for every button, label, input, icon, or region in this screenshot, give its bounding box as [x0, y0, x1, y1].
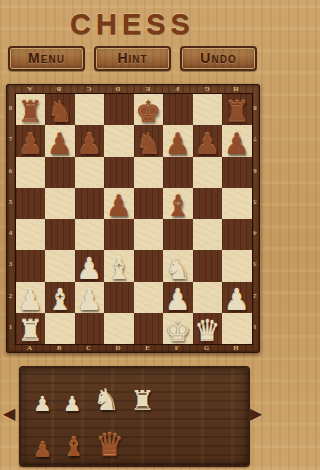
square-g3[interactable]: [193, 250, 223, 281]
rank-label-left-6: 6: [6, 167, 16, 175]
file-label-top-b: B: [54, 85, 64, 93]
file-label-bottom-f: F: [172, 344, 182, 352]
square-g6[interactable]: [193, 157, 223, 188]
piece-brown-pawn: ♟: [45, 130, 75, 159]
file-label-top-a: A: [25, 85, 35, 93]
square-h8[interactable]: ♜: [222, 94, 252, 125]
piece-brown-pawn: ♟: [104, 192, 134, 221]
piece-white-bishop: ♝: [104, 255, 134, 284]
square-c6[interactable]: [75, 157, 105, 188]
tray-prev-arrow-icon[interactable]: ◀: [3, 404, 15, 423]
square-g7[interactable]: ♟: [193, 125, 223, 156]
file-label-bottom-b: B: [54, 344, 64, 352]
menu-button[interactable]: Menu: [8, 46, 85, 71]
square-e3[interactable]: [134, 250, 164, 281]
square-e2[interactable]: [134, 282, 164, 313]
square-d6[interactable]: [104, 157, 134, 188]
file-label-bottom-e: E: [143, 344, 153, 352]
square-c1[interactable]: [75, 313, 105, 344]
piece-brown-pawn: ♟: [75, 130, 105, 159]
square-d2[interactable]: [104, 282, 134, 313]
rank-label-left-7: 7: [6, 135, 16, 143]
piece-white-bishop: ♝: [45, 286, 75, 315]
square-d8[interactable]: [104, 94, 134, 125]
square-b4[interactable]: [45, 219, 75, 250]
square-f7[interactable]: ♟: [163, 125, 193, 156]
piece-white-queen: ♛: [193, 317, 223, 346]
square-e5[interactable]: [134, 188, 164, 219]
square-b6[interactable]: [45, 157, 75, 188]
square-e7[interactable]: ♞: [134, 125, 164, 156]
square-h3[interactable]: [222, 250, 252, 281]
piece-white-pawn: ♟: [163, 286, 193, 315]
square-f2[interactable]: ♟: [163, 282, 193, 313]
square-h1[interactable]: [222, 313, 252, 344]
captured-white-row: ♟♟♞♜: [21, 370, 248, 414]
file-label-top-f: F: [172, 85, 182, 93]
square-f8[interactable]: [163, 94, 193, 125]
square-b2[interactable]: ♝: [45, 282, 75, 313]
captured-white-pawn: ♟: [33, 395, 52, 414]
square-g1[interactable]: ♛: [193, 313, 223, 344]
square-c5[interactable]: [75, 188, 105, 219]
square-b1[interactable]: [45, 313, 75, 344]
captured-brown-bishop: ♝: [62, 436, 85, 460]
piece-brown-pawn: ♟: [222, 130, 252, 159]
square-a6[interactable]: [16, 157, 46, 188]
piece-brown-king: ♚: [134, 98, 164, 127]
piece-brown-knight: ♞: [45, 98, 75, 127]
square-g8[interactable]: [193, 94, 223, 125]
undo-button[interactable]: Undo: [180, 46, 257, 71]
file-label-top-d: D: [113, 85, 123, 93]
square-g5[interactable]: [193, 188, 223, 219]
rank-label-left-3: 3: [6, 260, 16, 268]
piece-white-pawn: ♟: [222, 286, 252, 315]
captured-brown-row: ♟♝♛: [21, 414, 248, 460]
square-a2[interactable]: ♟: [16, 282, 46, 313]
square-a3[interactable]: [16, 250, 46, 281]
file-label-top-h: H: [231, 85, 241, 93]
square-e1[interactable]: [134, 313, 164, 344]
square-f1[interactable]: ♚: [163, 313, 193, 344]
rank-label-left-4: 4: [6, 229, 16, 237]
square-g2[interactable]: [193, 282, 223, 313]
piece-brown-pawn: ♟: [163, 130, 193, 159]
file-label-top-e: E: [143, 85, 153, 93]
square-e4[interactable]: [134, 219, 164, 250]
rank-label-left-1: 1: [6, 323, 16, 331]
file-label-bottom-d: D: [113, 344, 123, 352]
square-d1[interactable]: [104, 313, 134, 344]
chess-board: ♜♞♚♜♟♟♟♞♟♟♟♟♝♟♝♞♟♝♟♟♟♜♚♛ AABBCCDDEEFFGGH…: [6, 84, 260, 353]
square-a5[interactable]: [16, 188, 46, 219]
piece-brown-rook: ♜: [16, 98, 46, 127]
square-h6[interactable]: [222, 157, 252, 188]
square-f5[interactable]: ♝: [163, 188, 193, 219]
square-f3[interactable]: ♞: [163, 250, 193, 281]
file-label-top-c: C: [84, 85, 94, 93]
square-c2[interactable]: ♟: [75, 282, 105, 313]
square-f4[interactable]: [163, 219, 193, 250]
file-label-bottom-c: C: [84, 344, 94, 352]
hint-button[interactable]: Hint: [94, 46, 171, 71]
piece-white-king: ♚: [163, 317, 193, 346]
captured-white-rook: ♜: [131, 389, 155, 414]
square-d7[interactable]: [104, 125, 134, 156]
square-d3[interactable]: ♝: [104, 250, 134, 281]
file-label-top-g: G: [202, 85, 212, 93]
captured-white-knight: ♞: [93, 386, 120, 414]
piece-brown-pawn: ♟: [193, 130, 223, 159]
piece-white-pawn: ♟: [16, 286, 46, 315]
rank-label-left-2: 2: [6, 292, 16, 300]
rank-label-left-5: 5: [6, 198, 16, 206]
square-h2[interactable]: ♟: [222, 282, 252, 313]
square-h7[interactable]: ♟: [222, 125, 252, 156]
square-e6[interactable]: [134, 157, 164, 188]
file-label-bottom-g: G: [202, 344, 212, 352]
square-c7[interactable]: ♟: [75, 125, 105, 156]
square-a7[interactable]: ♟: [16, 125, 46, 156]
piece-brown-knight: ♞: [134, 130, 164, 159]
rank-label-left-8: 8: [6, 104, 16, 112]
piece-white-pawn: ♟: [75, 255, 105, 284]
square-c4[interactable]: [75, 219, 105, 250]
captured-area: ◀ ♟♟♞♜ ♟♝♛ ▶: [0, 366, 265, 466]
square-f6[interactable]: [163, 157, 193, 188]
square-c3[interactable]: ♟: [75, 250, 105, 281]
toolbar: Menu Hint Undo: [0, 42, 265, 71]
chess-app: CHESS Menu Hint Undo ♜♞♚♜♟♟♟♞♟♟♟♟♝♟♝♞♟♝♟…: [0, 0, 265, 470]
piece-brown-pawn: ♟: [16, 130, 46, 159]
square-h4[interactable]: [222, 219, 252, 250]
captured-pieces-tray: ♟♟♞♜ ♟♝♛: [19, 366, 250, 467]
piece-white-knight: ♞: [163, 255, 193, 284]
square-h5[interactable]: [222, 188, 252, 219]
piece-brown-rook: ♜: [222, 98, 252, 127]
square-e8[interactable]: ♚: [134, 94, 164, 125]
square-a1[interactable]: ♜: [16, 313, 46, 344]
square-b3[interactable]: [45, 250, 75, 281]
captured-brown-queen: ♛: [95, 431, 124, 460]
square-b5[interactable]: [45, 188, 75, 219]
piece-white-rook: ♜: [16, 317, 46, 346]
file-label-bottom-a: A: [25, 344, 35, 352]
square-a4[interactable]: [16, 219, 46, 250]
square-g4[interactable]: [193, 219, 223, 250]
captured-white-pawn: ♟: [63, 395, 82, 414]
square-c8[interactable]: [75, 94, 105, 125]
square-d5[interactable]: ♟: [104, 188, 134, 219]
piece-white-pawn: ♟: [75, 286, 105, 315]
square-d4[interactable]: [104, 219, 134, 250]
square-b8[interactable]: ♞: [45, 94, 75, 125]
square-a8[interactable]: ♜: [16, 94, 46, 125]
square-b7[interactable]: ♟: [45, 125, 75, 156]
tray-next-arrow-icon[interactable]: ▶: [250, 404, 262, 423]
file-label-bottom-h: H: [231, 344, 241, 352]
page-title: CHESS: [0, 0, 265, 42]
piece-brown-bishop: ♝: [163, 192, 193, 221]
captured-brown-pawn: ♟: [33, 441, 52, 460]
